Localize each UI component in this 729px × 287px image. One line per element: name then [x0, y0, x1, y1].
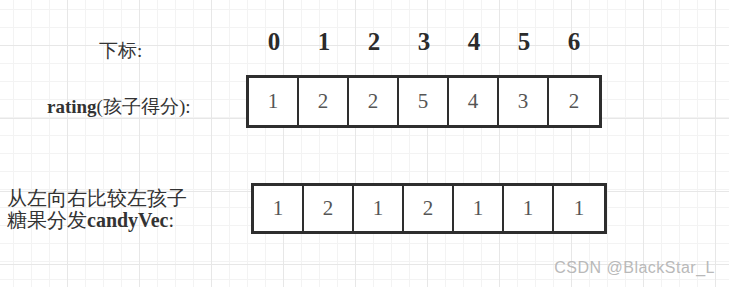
rating-cell-4: 4: [449, 78, 499, 125]
candyvec-cell-1: 2: [304, 186, 354, 231]
index-value-5: 5: [518, 28, 531, 56]
index-value-0: 0: [268, 28, 281, 56]
candyvec-cell-0: 1: [254, 186, 304, 231]
index-value-2: 2: [368, 28, 381, 56]
index-row: 0 1 2 3 4 5 6: [249, 28, 599, 55]
rating-cell-1: 2: [299, 78, 349, 125]
candyvec-cell-4: 1: [454, 186, 504, 231]
rating-cell-5: 3: [499, 78, 549, 125]
candyvec-array: 1 2 1 2 1 1 1: [251, 183, 607, 234]
rating-label-description: (孩子得分):: [97, 96, 191, 117]
rating-cell-2: 2: [349, 78, 399, 125]
candyvec-cell-6: 1: [554, 186, 604, 231]
candyvec-cell-3: 2: [404, 186, 454, 231]
rating-cell-3: 5: [399, 78, 449, 125]
rating-label-name: rating: [47, 96, 97, 117]
watermark: CSDN @BlackStar_L: [554, 259, 715, 277]
rating-cell-6: 2: [549, 78, 599, 125]
index-value-6: 6: [568, 28, 581, 56]
candyvec-cell-5: 1: [504, 186, 554, 231]
diagram-canvas: 下标: 0 1 2 3 4 5 6 rating(孩子得分): 1 2 2 5 …: [0, 0, 729, 287]
candyvec-label-line2-prefix: 糖果分发: [7, 209, 87, 231]
candyvec-cell-2: 1: [354, 186, 404, 231]
candyvec-label-line1: 从左向右比较左孩子: [7, 187, 187, 209]
index-label: 下标:: [99, 38, 142, 64]
index-value-4: 4: [468, 28, 481, 56]
candyvec-array-label: 从左向右比较左孩子糖果分发candyVec:: [7, 187, 187, 231]
index-value-1: 1: [318, 28, 331, 56]
candyvec-label-name: candyVec: [87, 209, 168, 231]
rating-array: 1 2 2 5 4 3 2: [246, 75, 602, 128]
rating-array-label: rating(孩子得分):: [47, 94, 191, 120]
rating-cell-0: 1: [249, 78, 299, 125]
candyvec-label-colon: :: [168, 209, 174, 231]
index-value-3: 3: [418, 28, 431, 56]
